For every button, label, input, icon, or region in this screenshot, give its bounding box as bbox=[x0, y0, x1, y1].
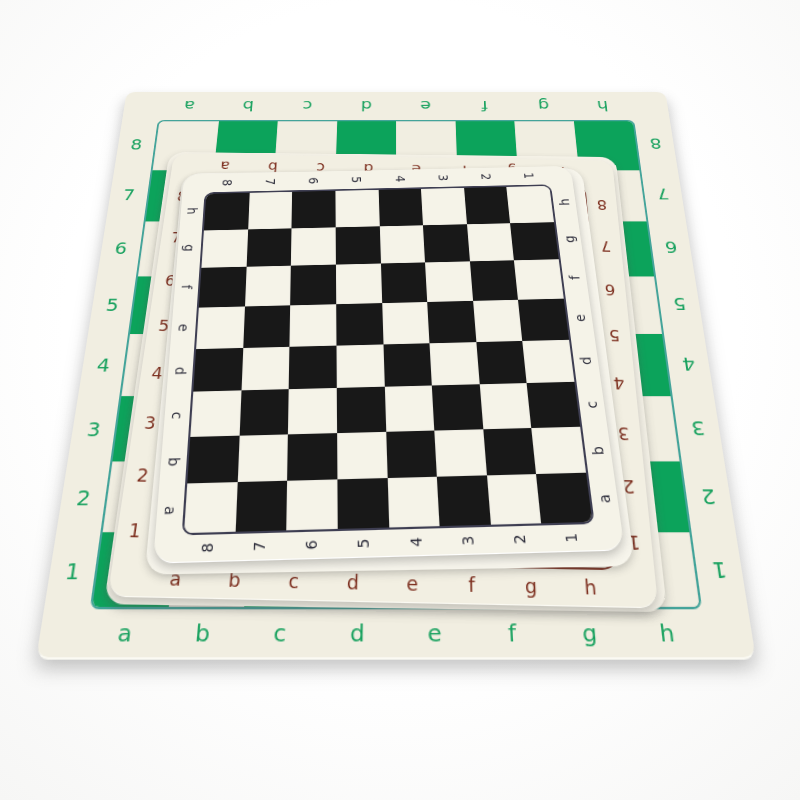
square-g2 bbox=[467, 223, 515, 262]
square-e4 bbox=[382, 302, 430, 344]
square-c3 bbox=[432, 384, 483, 430]
coordinate-label-h: h bbox=[572, 92, 634, 120]
square-d1 bbox=[523, 339, 575, 383]
square-a7 bbox=[235, 481, 287, 532]
coordinate-label-8: 8 bbox=[634, 120, 677, 169]
coordinate-label-a: a bbox=[158, 92, 220, 120]
square-b6 bbox=[287, 433, 337, 481]
stacked-chess-boards-photo: abcdefgh abcdefgh 87654321 87654321 abcd… bbox=[0, 0, 800, 800]
square-c5 bbox=[337, 387, 386, 433]
square-f1 bbox=[514, 259, 563, 299]
square-h5 bbox=[335, 190, 379, 227]
coordinate-label-e: e bbox=[382, 565, 442, 602]
square-d6 bbox=[289, 345, 337, 389]
coordinate-label-c: c bbox=[277, 92, 338, 120]
square-c8 bbox=[190, 390, 241, 436]
square-d3 bbox=[430, 342, 480, 386]
square-f5 bbox=[336, 264, 382, 304]
square-a4 bbox=[387, 477, 440, 527]
square-c7 bbox=[239, 389, 289, 435]
black-checkerboard-grid bbox=[182, 184, 595, 535]
square-c2 bbox=[479, 383, 531, 429]
coordinate-label-b: b bbox=[217, 92, 278, 120]
coordinate-label-d: d bbox=[336, 92, 396, 120]
square-h8 bbox=[204, 193, 249, 230]
square-g1 bbox=[510, 222, 558, 261]
coordinate-label-7: 7 bbox=[641, 169, 686, 221]
square-c4 bbox=[384, 386, 434, 432]
square-b7 bbox=[237, 434, 288, 482]
coordinate-label-6: 6 bbox=[648, 221, 694, 276]
square-h3 bbox=[421, 188, 467, 225]
square-e6 bbox=[290, 304, 337, 346]
square-d2 bbox=[476, 340, 527, 384]
green-file-labels-top: abcdefgh bbox=[158, 92, 634, 120]
square-e7 bbox=[243, 305, 290, 347]
square-a8 bbox=[184, 482, 237, 533]
square-f8 bbox=[199, 267, 246, 308]
coordinate-label-h: h bbox=[626, 609, 709, 657]
coordinate-label-g: g bbox=[549, 609, 631, 657]
coordinate-label-g: g bbox=[513, 92, 574, 120]
square-h6 bbox=[292, 191, 336, 228]
square-b2 bbox=[483, 428, 536, 476]
square-h1 bbox=[507, 186, 554, 223]
black-chessboard: 87654321 87654321 hgfedcba hgfedcba bbox=[153, 166, 625, 563]
square-a6 bbox=[286, 480, 337, 531]
square-e2 bbox=[473, 300, 523, 342]
square-f3 bbox=[425, 262, 473, 302]
square-a3 bbox=[437, 476, 491, 526]
coordinate-label-b: b bbox=[161, 609, 243, 657]
square-d4 bbox=[383, 343, 432, 387]
square-d5 bbox=[336, 344, 384, 388]
square-g4 bbox=[379, 225, 425, 264]
coordinate-label-e: e bbox=[396, 609, 474, 657]
coordinate-label-8: 8 bbox=[585, 184, 618, 225]
square-c1 bbox=[527, 382, 580, 428]
square-e5 bbox=[336, 303, 383, 345]
coordinate-label-g: g bbox=[501, 568, 562, 605]
coordinate-label-f: f bbox=[473, 609, 553, 657]
square-a2 bbox=[487, 474, 542, 524]
coordinate-label-d: d bbox=[318, 609, 396, 657]
square-f7 bbox=[245, 266, 291, 307]
square-d7 bbox=[241, 346, 290, 390]
coordinate-label-h: h bbox=[560, 569, 622, 606]
square-c6 bbox=[288, 388, 337, 434]
square-h2 bbox=[464, 187, 511, 224]
coordinate-label-5: 5 bbox=[656, 276, 704, 334]
square-e3 bbox=[427, 301, 476, 343]
coordinate-label-f: f bbox=[455, 92, 516, 120]
square-g6 bbox=[291, 227, 336, 266]
square-b5 bbox=[337, 432, 387, 480]
coordinate-label-a: a bbox=[83, 609, 166, 657]
square-b8 bbox=[187, 435, 239, 483]
square-a1 bbox=[536, 473, 592, 523]
coordinate-label-e: e bbox=[396, 92, 456, 120]
square-h4 bbox=[378, 189, 423, 226]
square-e8 bbox=[196, 306, 245, 348]
square-a5 bbox=[337, 478, 388, 528]
square-b3 bbox=[434, 429, 486, 477]
square-g5 bbox=[336, 226, 381, 265]
square-b4 bbox=[386, 430, 437, 478]
coordinate-label-f: f bbox=[442, 567, 502, 604]
coordinate-label-c: c bbox=[240, 609, 320, 657]
square-g3 bbox=[423, 224, 470, 263]
square-f2 bbox=[470, 260, 519, 300]
green-file-labels-bottom: abcdefgh bbox=[83, 609, 709, 657]
square-b1 bbox=[532, 426, 586, 474]
square-h7 bbox=[248, 192, 293, 229]
square-f4 bbox=[381, 263, 428, 303]
square-g8 bbox=[201, 229, 247, 268]
square-f6 bbox=[290, 265, 336, 305]
square-d8 bbox=[193, 348, 243, 392]
square-e1 bbox=[518, 299, 569, 341]
square-g7 bbox=[246, 228, 291, 267]
